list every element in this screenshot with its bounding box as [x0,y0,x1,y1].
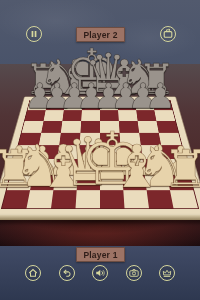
crown-icon [161,267,173,279]
home-button[interactable] [25,265,41,281]
undo-button[interactable] [59,265,75,281]
player1-label: Player 1 [76,247,125,262]
piece-black-pawn[interactable]: ♟ [145,79,176,114]
camera-icon [128,267,140,279]
pause-button[interactable] [26,26,42,42]
piece-white-rook[interactable]: ♜ [163,144,200,196]
rotate-view-button[interactable] [160,26,176,42]
player2-label: Player 2 [76,27,125,42]
home-icon [27,267,39,279]
sound-icon [94,267,106,279]
undo-icon [61,267,73,279]
board-edge [0,215,200,220]
game-screen: ♜♞♝♚♛♝♞♜♟♟♟♟♟♟♟♟♟♟♟♟♟♟♟♟♜♞♝♛♚♝♞♜ Player … [0,0,200,300]
camera-button[interactable] [126,265,142,281]
bottom-toolbar [25,265,175,281]
pause-icon [29,29,39,39]
crown-button[interactable] [159,265,175,281]
sound-button[interactable] [92,265,108,281]
rotate-view-icon [162,28,174,40]
